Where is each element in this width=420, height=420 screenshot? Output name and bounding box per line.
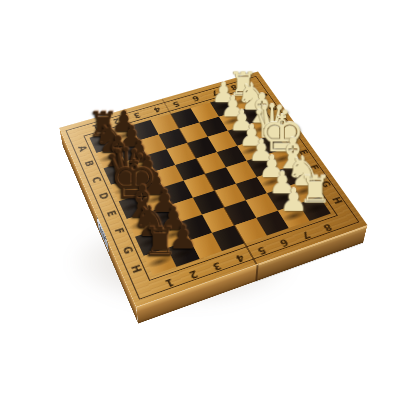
product-photo-scene: ♜♟♟♜♞♟♟♞♝♟♟♝♛♟♟♛♚♟♟♚♝♟♟♝♞♟♟♞♜♟♟♜ AABBCCD… bbox=[0, 0, 420, 420]
perspective-container: ♜♟♟♜♞♟♟♞♝♟♟♝♛♟♟♛♚♟♟♚♝♟♟♝♞♟♟♞♜♟♟♜ AABBCCD… bbox=[0, 0, 420, 420]
piece-white-pawn-H7[interactable]: ♟ bbox=[269, 185, 319, 216]
piece-black-rook-H1[interactable]: ♜ bbox=[134, 222, 187, 262]
chess-board: ♜♟♟♜♞♟♟♞♝♟♟♝♛♟♟♛♚♟♟♚♝♟♟♝♞♟♟♞♜♟♟♜ AABBCCD… bbox=[59, 72, 367, 308]
